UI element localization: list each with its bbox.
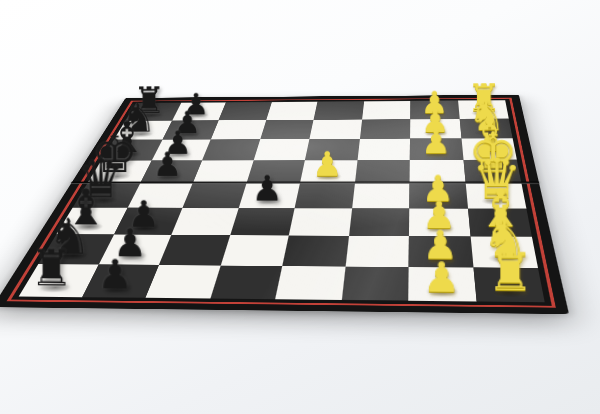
square-d5: ♟ [238,183,300,208]
black-pawn-a7: ♟ [97,254,132,295]
square-c5 [230,208,295,236]
square-a3 [341,266,408,301]
board-grid: ♜♟♟♜♞♟♟♞♝♟♟♝♚♟♟♚♛♟♟♛♝♟♟♝♞♟♟♞♜♟♟♜ [19,100,545,302]
square-h5 [266,102,318,120]
square-a1: ♜ [473,267,545,302]
square-g5 [260,120,314,140]
black-pawn-e7: ♟ [153,147,182,180]
square-e6 [193,160,254,183]
square-f3 [357,139,410,160]
square-f2: ♟ [410,138,463,159]
square-b3 [345,236,409,267]
square-d6 [182,183,246,208]
square-d3 [352,183,410,208]
black-rook-a8: ♜ [30,244,73,294]
square-c6 [171,208,238,235]
black-pawn-d5: ♟ [251,170,282,205]
chess-set-photo: ♜♟♟♜♞♟♟♞♝♟♟♝♚♟♟♚♛♟♟♛♝♟♟♝♞♟♟♞♜♟♟♜ [0,0,600,414]
square-f6 [202,139,260,160]
yellow-pawn-e4: ♟ [312,147,342,181]
yellow-rook-a1: ♜ [486,247,533,299]
square-a6 [145,265,220,299]
yellow-pawn-f2: ♟ [421,125,451,158]
square-b5 [220,235,289,266]
square-b6 [159,235,230,265]
square-h6 [219,102,272,120]
square-a5 [210,265,282,299]
square-g3 [359,119,410,139]
square-c3 [349,208,410,236]
square-a4 [275,266,345,300]
scene: ♜♟♟♜♞♟♟♞♝♟♟♝♚♟♟♚♛♟♟♛♝♟♟♝♞♟♟♞♜♟♟♜ [0,0,600,414]
square-b4 [282,236,348,267]
yellow-pawn-a2: ♟ [423,256,461,298]
square-e4: ♟ [300,160,357,183]
square-a8: ♜ [19,264,99,297]
square-g6 [211,120,266,140]
chessboard: ♜♟♟♜♞♟♟♞♝♟♟♝♚♟♟♚♛♟♟♛♝♟♟♝♞♟♟♞♜♟♟♜ [0,95,569,314]
board-fold-seam [71,182,539,184]
square-g4 [309,119,361,139]
square-a2: ♟ [408,267,476,302]
square-h4 [314,101,364,119]
square-e3 [354,160,409,183]
